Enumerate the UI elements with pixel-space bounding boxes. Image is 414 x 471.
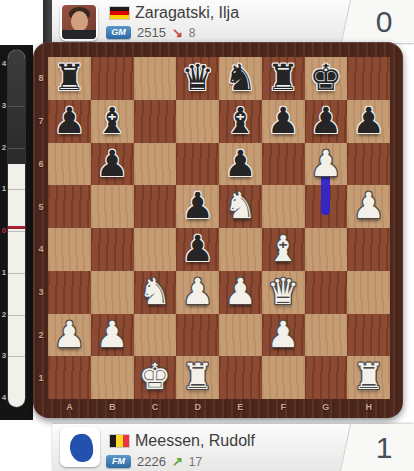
square-b4[interactable] <box>91 228 134 271</box>
piece-black-rook[interactable]: ♜ <box>48 57 91 100</box>
eval-tick <box>8 106 25 107</box>
piece-black-pawn[interactable]: ♟ <box>176 185 219 228</box>
title-badge-fm: FM <box>106 455 131 468</box>
square-a1[interactable] <box>48 356 91 399</box>
file-label-b: B <box>91 402 134 412</box>
piece-black-pawn[interactable]: ♟ <box>219 143 262 186</box>
square-a2[interactable]: ♟ <box>48 314 91 357</box>
piece-black-pawn[interactable]: ♟ <box>305 100 348 143</box>
piece-white-rook[interactable]: ♜ <box>347 356 390 399</box>
file-label-g: G <box>305 402 348 412</box>
square-f7[interactable]: ♟ <box>262 100 305 143</box>
rank-label-8: 8 <box>35 73 47 83</box>
player-bottom-trend-value: 17 <box>189 455 202 469</box>
rank-label-4: 4 <box>35 244 47 254</box>
eval-scale-label: 2 <box>0 310 8 320</box>
square-h1[interactable]: ♜ <box>347 356 390 399</box>
square-f8[interactable]: ♜ <box>262 57 305 100</box>
avatar-shirt <box>62 30 96 39</box>
rating-down-arrow-icon: ↘ <box>172 25 183 40</box>
piece-white-rook[interactable]: ♜ <box>176 356 219 399</box>
chess-broadcast-page: Zaragatski, Ilja GM 2515 ↘ 8 0 432101234… <box>0 0 414 471</box>
piece-white-pawn[interactable]: ♟ <box>305 143 348 186</box>
square-b8[interactable] <box>91 57 134 100</box>
piece-black-pawn[interactable]: ♟ <box>347 100 390 143</box>
piece-white-pawn[interactable]: ♟ <box>91 314 134 357</box>
square-e2[interactable] <box>219 314 262 357</box>
piece-black-queen[interactable]: ♛ <box>176 57 219 100</box>
eval-scale-label: 2 <box>0 143 8 153</box>
player-top-avatar <box>60 3 98 41</box>
piece-white-pawn[interactable]: ♟ <box>176 271 219 314</box>
piece-black-bishop[interactable]: ♝ <box>91 100 134 143</box>
square-d6[interactable] <box>176 143 219 186</box>
square-h7[interactable]: ♟ <box>347 100 390 143</box>
rank-label-7: 7 <box>35 116 47 126</box>
piece-black-king[interactable]: ♚ <box>305 57 348 100</box>
square-e7[interactable]: ♝ <box>219 100 262 143</box>
piece-black-rook[interactable]: ♜ <box>262 57 305 100</box>
square-c4[interactable] <box>134 228 177 271</box>
avatar-face <box>71 11 88 31</box>
rank-label-3: 3 <box>35 287 47 297</box>
square-e4[interactable] <box>219 228 262 271</box>
file-label-d: D <box>176 402 219 412</box>
square-f5[interactable] <box>262 185 305 228</box>
square-g2[interactable] <box>305 314 348 357</box>
rank-label-1: 1 <box>35 373 47 383</box>
square-c8[interactable] <box>134 57 177 100</box>
square-h5[interactable]: ♟ <box>347 185 390 228</box>
square-f2[interactable]: ♟ <box>262 314 305 357</box>
square-b6[interactable]: ♟ <box>91 143 134 186</box>
chess-board: ♜♛♞♜♚♟♝♝♟♟♟♟♟♟♟♞♟♟♝♞♟♟♛♟♟♟♚♜♜ 87654321AB… <box>33 42 403 418</box>
eval-scale-label: 1 <box>0 184 8 194</box>
square-d2[interactable] <box>176 314 219 357</box>
square-f3[interactable]: ♛ <box>262 271 305 314</box>
square-d4[interactable]: ♟ <box>176 228 219 271</box>
eval-bar-panel: 432101234 <box>0 45 33 420</box>
square-e6[interactable]: ♟ <box>219 143 262 186</box>
player-top-name: Zaragatski, Ilja <box>135 4 239 22</box>
square-d1[interactable]: ♜ <box>176 356 219 399</box>
square-e5[interactable]: ♞ <box>219 185 262 228</box>
player-top-rating: 2515 <box>137 25 166 40</box>
square-c2[interactable] <box>134 314 177 357</box>
piece-white-knight[interactable]: ♞ <box>219 185 262 228</box>
piece-white-pawn[interactable]: ♟ <box>262 314 305 357</box>
player-bottom-subline: FM 2226 ↗ 17 <box>106 454 202 469</box>
square-g4[interactable] <box>305 228 348 271</box>
eval-scale-label: 0 <box>0 226 8 236</box>
square-g7[interactable]: ♟ <box>305 100 348 143</box>
player-bar-bottom: Meessen, Rudolf FM 2226 ↗ 17 1 <box>52 424 414 471</box>
eval-scale-label: 1 <box>0 268 8 278</box>
rank-label-6: 6 <box>35 159 47 169</box>
piece-white-bishop[interactable]: ♝ <box>262 228 305 271</box>
square-b2[interactable]: ♟ <box>91 314 134 357</box>
square-a5[interactable] <box>48 185 91 228</box>
player-top-trend-value: 8 <box>189 26 196 40</box>
file-label-c: C <box>134 402 177 412</box>
piece-white-pawn[interactable]: ♟ <box>347 185 390 228</box>
eval-scale-label: 3 <box>0 351 8 361</box>
piece-black-pawn[interactable]: ♟ <box>176 228 219 271</box>
panel-edge-strip <box>43 0 52 43</box>
file-label-e: E <box>219 402 262 412</box>
piece-white-pawn[interactable]: ♟ <box>219 271 262 314</box>
eval-tick <box>8 148 25 149</box>
square-h6[interactable] <box>347 143 390 186</box>
eval-tick <box>8 356 25 357</box>
square-a7[interactable]: ♟ <box>48 100 91 143</box>
piece-black-pawn[interactable]: ♟ <box>91 143 134 186</box>
square-h2[interactable] <box>347 314 390 357</box>
player-bar-top: Zaragatski, Ilja GM 2515 ↘ 8 0 <box>52 0 414 43</box>
square-a3[interactable] <box>48 271 91 314</box>
square-a6[interactable] <box>48 143 91 186</box>
square-f6[interactable] <box>262 143 305 186</box>
piece-black-bishop[interactable]: ♝ <box>219 100 262 143</box>
belgium-flag-icon <box>110 435 129 447</box>
rank-label-2: 2 <box>35 330 47 340</box>
square-h4[interactable] <box>347 228 390 271</box>
piece-white-knight[interactable]: ♞ <box>134 271 177 314</box>
square-c1[interactable]: ♚ <box>134 356 177 399</box>
piece-white-pawn[interactable]: ♟ <box>48 314 91 357</box>
eval-scale-label: 3 <box>0 101 8 111</box>
square-h3[interactable] <box>347 271 390 314</box>
eval-zero-line <box>8 226 25 229</box>
rating-up-arrow-icon: ↗ <box>172 454 183 469</box>
piece-black-knight[interactable]: ♞ <box>219 57 262 100</box>
file-label-a: A <box>48 402 91 412</box>
eval-tick <box>8 231 25 232</box>
eval-tick <box>8 315 25 316</box>
player-bottom-name: Meessen, Rudolf <box>135 432 255 450</box>
piece-white-king[interactable]: ♚ <box>134 356 177 399</box>
square-c7[interactable] <box>134 100 177 143</box>
board-grid[interactable]: ♜♛♞♜♚♟♝♝♟♟♟♟♟♟♟♞♟♟♝♞♟♟♛♟♟♟♚♜♜ <box>48 57 390 399</box>
square-e8[interactable]: ♞ <box>219 57 262 100</box>
file-label-h: H <box>347 402 390 412</box>
square-a8[interactable]: ♜ <box>48 57 91 100</box>
square-c3[interactable]: ♞ <box>134 271 177 314</box>
player-bottom-score: 1 <box>364 431 404 465</box>
file-label-f: F <box>262 402 305 412</box>
square-b3[interactable] <box>91 271 134 314</box>
player-top-score: 0 <box>364 5 404 39</box>
piece-white-queen[interactable]: ♛ <box>262 271 305 314</box>
square-d8[interactable]: ♛ <box>176 57 219 100</box>
square-g3[interactable] <box>305 271 348 314</box>
square-f1[interactable] <box>262 356 305 399</box>
eval-tick <box>8 273 25 274</box>
square-d7[interactable] <box>176 100 219 143</box>
player-top-subline: GM 2515 ↘ 8 <box>106 25 196 40</box>
square-e1[interactable] <box>219 356 262 399</box>
rank-label-5: 5 <box>35 202 47 212</box>
person-silhouette-icon <box>69 433 94 463</box>
square-b5[interactable] <box>91 185 134 228</box>
eval-bar <box>8 50 25 407</box>
square-h8[interactable] <box>347 57 390 100</box>
square-d5[interactable]: ♟ <box>176 185 219 228</box>
player-bottom-avatar <box>60 427 100 467</box>
eval-scale-label: 4 <box>0 393 8 403</box>
player-bottom-rating: 2226 <box>137 454 166 469</box>
title-badge-gm: GM <box>106 26 131 39</box>
square-b1[interactable] <box>91 356 134 399</box>
square-c6[interactable] <box>134 143 177 186</box>
square-g1[interactable] <box>305 356 348 399</box>
square-g8[interactable]: ♚ <box>305 57 348 100</box>
square-c5[interactable] <box>134 185 177 228</box>
square-d3[interactable]: ♟ <box>176 271 219 314</box>
square-e3[interactable]: ♟ <box>219 271 262 314</box>
piece-black-pawn[interactable]: ♟ <box>48 100 91 143</box>
square-f4[interactable]: ♝ <box>262 228 305 271</box>
square-a4[interactable] <box>48 228 91 271</box>
square-b7[interactable]: ♝ <box>91 100 134 143</box>
piece-black-pawn[interactable]: ♟ <box>262 100 305 143</box>
square-g6[interactable]: ♟ <box>305 143 348 186</box>
eval-tick <box>8 189 25 190</box>
eval-scale-label: 4 <box>0 59 8 69</box>
germany-flag-icon <box>110 7 129 19</box>
